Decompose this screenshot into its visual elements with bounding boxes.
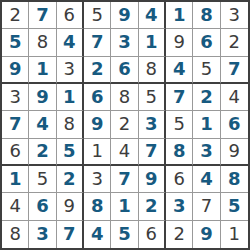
cell-digit: 1 — [9, 170, 22, 188]
cell-digit: 3 — [173, 197, 186, 215]
sudoku-cell-r2c4[interactable]: 7 — [84, 29, 111, 56]
cell-digit: 7 — [36, 6, 49, 24]
cell-digit: 8 — [146, 60, 157, 78]
cell-digit: 3 — [36, 225, 49, 243]
cell-digit: 7 — [173, 88, 186, 106]
sudoku-cell-r6c3[interactable]: 5 — [57, 139, 84, 166]
cell-digit: 2 — [173, 225, 184, 243]
cell-digit: 9 — [118, 6, 131, 24]
sudoku-cell-r6c5[interactable]: 4 — [111, 139, 138, 166]
cell-digit: 4 — [9, 197, 20, 215]
sudoku-cell-r2c8[interactable]: 6 — [193, 29, 220, 56]
sudoku-cell-r4c6[interactable]: 5 — [139, 84, 166, 111]
sudoku-cell-r1c5[interactable]: 9 — [111, 2, 138, 29]
sudoku-cell-r2c7[interactable]: 9 — [166, 29, 193, 56]
cell-digit: 8 — [119, 88, 130, 106]
sudoku-cell-r3c8[interactable]: 5 — [193, 57, 220, 84]
sudoku-cell-r7c2[interactable]: 5 — [29, 166, 56, 193]
sudoku-cell-r5c6[interactable]: 3 — [139, 111, 166, 138]
cell-digit: 5 — [201, 60, 212, 78]
cell-digit: 5 — [9, 33, 22, 51]
sudoku-cell-r7c4[interactable]: 3 — [84, 166, 111, 193]
cell-digit: 1 — [145, 33, 158, 51]
sudoku-cell-r8c5[interactable]: 1 — [111, 193, 138, 220]
cell-digit: 2 — [91, 60, 104, 78]
sudoku-cell-r6c1[interactable]: 6 — [2, 139, 29, 166]
sudoku-cell-r4c1[interactable]: 3 — [2, 84, 29, 111]
sudoku-cell-r7c5[interactable]: 7 — [111, 166, 138, 193]
cell-digit: 6 — [228, 115, 241, 133]
sudoku-cell-r3c2[interactable]: 1 — [29, 57, 56, 84]
cell-digit: 9 — [91, 115, 104, 133]
cell-digit: 1 — [91, 142, 102, 160]
sudoku-cell-r2c6[interactable]: 1 — [139, 29, 166, 56]
cell-digit: 2 — [119, 115, 130, 133]
sudoku-cell-r7c7[interactable]: 6 — [166, 166, 193, 193]
sudoku-cell-r8c9[interactable]: 5 — [221, 193, 248, 220]
cell-digit: 6 — [146, 225, 157, 243]
cell-digit: 7 — [91, 33, 104, 51]
sudoku-cell-r9c7[interactable]: 2 — [166, 221, 193, 248]
sudoku-cell-r9c3[interactable]: 7 — [57, 221, 84, 248]
sudoku-cell-r2c5[interactable]: 3 — [111, 29, 138, 56]
cell-digit: 6 — [200, 33, 213, 51]
cell-digit: 2 — [9, 6, 20, 24]
sudoku-cell-r4c7[interactable]: 7 — [166, 84, 193, 111]
cell-digit: 8 — [228, 170, 241, 188]
cell-digit: 9 — [173, 33, 184, 51]
sudoku-cell-r5c9[interactable]: 6 — [221, 111, 248, 138]
cell-digit: 6 — [64, 6, 75, 24]
sudoku-cell-r5c1[interactable]: 7 — [2, 111, 29, 138]
sudoku-cell-r7c8[interactable]: 4 — [193, 166, 220, 193]
sudoku-cell-r2c3[interactable]: 4 — [57, 29, 84, 56]
sudoku-cell-r8c6[interactable]: 2 — [139, 193, 166, 220]
sudoku-cell-r5c7[interactable]: 5 — [166, 111, 193, 138]
sudoku-cell-r6c7[interactable]: 8 — [166, 139, 193, 166]
cell-digit: 4 — [173, 60, 186, 78]
sudoku-cell-r3c4[interactable]: 2 — [84, 57, 111, 84]
cell-digit: 8 — [9, 225, 20, 243]
sudoku-cell-r1c7[interactable]: 1 — [166, 2, 193, 29]
cell-digit: 4 — [200, 170, 213, 188]
cell-digit: 2 — [229, 33, 240, 51]
cell-digit: 3 — [91, 170, 102, 188]
sudoku-cell-r4c9[interactable]: 4 — [221, 84, 248, 111]
sudoku-cell-r5c3[interactable]: 8 — [57, 111, 84, 138]
cell-digit: 3 — [64, 60, 75, 78]
cell-digit: 5 — [91, 6, 102, 24]
sudoku-cell-r1c8[interactable]: 8 — [193, 2, 220, 29]
cell-digit: 5 — [63, 142, 76, 160]
cell-digit: 9 — [64, 197, 75, 215]
cell-digit: 8 — [64, 115, 75, 133]
cell-digit: 2 — [145, 197, 158, 215]
cell-digit: 4 — [145, 6, 158, 24]
cell-digit: 3 — [9, 88, 20, 106]
sudoku-cell-r3c1[interactable]: 9 — [2, 57, 29, 84]
cell-digit: 9 — [200, 225, 213, 243]
sudoku-cell-r2c9[interactable]: 2 — [221, 29, 248, 56]
sudoku-board: 2765941835847319629132684573916857247489… — [0, 0, 250, 250]
cell-digit: 2 — [63, 170, 76, 188]
sudoku-cell-r8c2[interactable]: 6 — [29, 193, 56, 220]
cell-digit: 6 — [36, 197, 49, 215]
sudoku-cell-r8c4[interactable]: 8 — [84, 193, 111, 220]
sudoku-cell-r8c7[interactable]: 3 — [166, 193, 193, 220]
cell-digit: 5 — [228, 197, 241, 215]
cell-digit: 4 — [91, 225, 104, 243]
cell-digit: 5 — [118, 225, 131, 243]
sudoku-cell-r5c2[interactable]: 4 — [29, 111, 56, 138]
cell-digit: 3 — [229, 6, 240, 24]
sudoku-cell-r4c3[interactable]: 1 — [57, 84, 84, 111]
sudoku-cell-r9c4[interactable]: 4 — [84, 221, 111, 248]
cell-digit: 6 — [173, 170, 184, 188]
cell-digit: 9 — [36, 88, 49, 106]
cell-digit: 7 — [63, 225, 76, 243]
sudoku-cell-r7c6[interactable]: 9 — [139, 166, 166, 193]
sudoku-cell-r1c6[interactable]: 4 — [139, 2, 166, 29]
sudoku-cell-r3c7[interactable]: 4 — [166, 57, 193, 84]
cell-digit: 6 — [118, 60, 131, 78]
sudoku-cell-r4c8[interactable]: 2 — [193, 84, 220, 111]
cell-digit: 1 — [229, 225, 240, 243]
sudoku-cell-r7c9[interactable]: 8 — [221, 166, 248, 193]
cell-digit: 4 — [36, 115, 49, 133]
sudoku-cell-r9c6[interactable]: 6 — [139, 221, 166, 248]
sudoku-cell-r8c8[interactable]: 7 — [193, 193, 220, 220]
sudoku-cell-r8c3[interactable]: 9 — [57, 193, 84, 220]
sudoku-cell-r1c2[interactable]: 7 — [29, 2, 56, 29]
sudoku-cell-r7c1[interactable]: 1 — [2, 166, 29, 193]
sudoku-cell-r3c6[interactable]: 8 — [139, 57, 166, 84]
cell-digit: 8 — [173, 142, 186, 160]
sudoku-cell-r3c3[interactable]: 3 — [57, 57, 84, 84]
sudoku-cell-r4c2[interactable]: 9 — [29, 84, 56, 111]
cell-digit: 1 — [173, 6, 186, 24]
sudoku-cell-r9c8[interactable]: 9 — [193, 221, 220, 248]
sudoku-cell-r9c2[interactable]: 3 — [29, 221, 56, 248]
cell-digit: 4 — [63, 33, 76, 51]
cell-digit: 9 — [9, 60, 22, 78]
sudoku-cell-r6c6[interactable]: 7 — [139, 139, 166, 166]
cell-digit: 8 — [91, 197, 104, 215]
sudoku-cell-r1c1[interactable]: 2 — [2, 2, 29, 29]
sudoku-cell-r5c5[interactable]: 2 — [111, 111, 138, 138]
cell-digit: 3 — [145, 115, 158, 133]
sudoku-cell-r6c8[interactable]: 3 — [193, 139, 220, 166]
sudoku-cell-r2c2[interactable]: 8 — [29, 29, 56, 56]
sudoku-cell-r9c9[interactable]: 1 — [221, 221, 248, 248]
sudoku-cell-r6c4[interactable]: 1 — [84, 139, 111, 166]
sudoku-cell-r1c4[interactable]: 5 — [84, 2, 111, 29]
sudoku-cell-r5c8[interactable]: 1 — [193, 111, 220, 138]
cell-digit: 7 — [228, 60, 241, 78]
cell-digit: 7 — [145, 142, 158, 160]
sudoku-cell-r9c5[interactable]: 5 — [111, 221, 138, 248]
sudoku-cell-r6c9[interactable]: 9 — [221, 139, 248, 166]
cell-digit: 8 — [200, 6, 213, 24]
cell-digit: 5 — [173, 115, 184, 133]
cell-digit: 2 — [200, 88, 213, 106]
sudoku-cell-r1c9[interactable]: 3 — [221, 2, 248, 29]
cell-digit: 7 — [9, 115, 22, 133]
cell-digit: 5 — [37, 170, 48, 188]
sudoku-cell-r6c2[interactable]: 2 — [29, 139, 56, 166]
cell-digit: 4 — [119, 142, 130, 160]
cell-digit: 1 — [118, 197, 131, 215]
cell-digit: 3 — [200, 142, 213, 160]
cell-digit: 7 — [118, 170, 131, 188]
sudoku-cell-r5c4[interactable]: 9 — [84, 111, 111, 138]
cell-digit: 3 — [118, 33, 131, 51]
sudoku-cell-r4c5[interactable]: 8 — [111, 84, 138, 111]
cell-digit: 1 — [36, 60, 49, 78]
cell-digit: 9 — [145, 170, 158, 188]
cell-digit: 5 — [146, 88, 157, 106]
sudoku-cell-r8c1[interactable]: 4 — [2, 193, 29, 220]
sudoku-cell-r4c4[interactable]: 6 — [84, 84, 111, 111]
sudoku-cell-r3c9[interactable]: 7 — [221, 57, 248, 84]
cell-digit: 7 — [201, 197, 212, 215]
sudoku-cell-r9c1[interactable]: 8 — [2, 221, 29, 248]
cell-digit: 1 — [200, 115, 213, 133]
sudoku-cell-r3c5[interactable]: 6 — [111, 57, 138, 84]
cell-digit: 6 — [9, 142, 20, 160]
sudoku-cell-r7c3[interactable]: 2 — [57, 166, 84, 193]
cell-digit: 2 — [36, 142, 49, 160]
cell-digit: 9 — [229, 142, 240, 160]
sudoku-cell-r1c3[interactable]: 6 — [57, 2, 84, 29]
cell-digit: 4 — [229, 88, 240, 106]
sudoku-cell-r2c1[interactable]: 5 — [2, 29, 29, 56]
cell-digit: 1 — [63, 88, 76, 106]
cell-digit: 6 — [91, 88, 104, 106]
cell-digit: 8 — [37, 33, 48, 51]
